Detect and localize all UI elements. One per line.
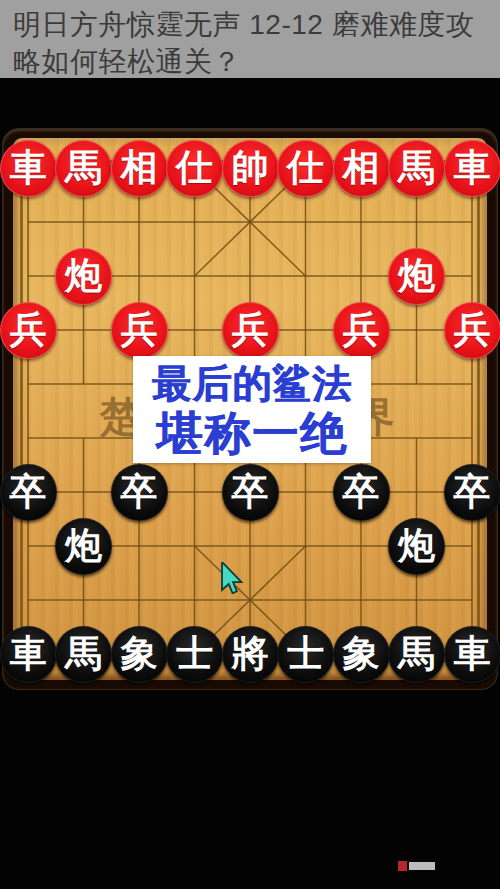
piece-black-士-f3r9[interactable]: 士 [166, 626, 223, 683]
piece-black-將-f4r9[interactable]: 將 [222, 626, 279, 683]
piece-black-卒-f0r6[interactable]: 卒 [0, 464, 57, 521]
video-title-bar: 明日方舟惊霆无声 12-12 磨难难度攻略如何轻松通关？ [0, 0, 500, 78]
piece-black-車-f8r9[interactable]: 車 [444, 626, 500, 683]
piece-black-卒-f6r6[interactable]: 卒 [333, 464, 390, 521]
piece-black-士-f5r9[interactable]: 士 [277, 626, 334, 683]
piece-red-帥-f4r0[interactable]: 帥 [222, 140, 279, 197]
watermark-red-square [398, 861, 407, 871]
piece-black-卒-f2r6[interactable]: 卒 [111, 464, 168, 521]
piece-red-炮-f7r2[interactable]: 炮 [388, 248, 445, 305]
piece-red-仕-f3r0[interactable]: 仕 [166, 140, 223, 197]
piece-red-馬-f7r0[interactable]: 馬 [388, 140, 445, 197]
piece-black-馬-f1r9[interactable]: 馬 [55, 626, 112, 683]
piece-black-象-f6r9[interactable]: 象 [333, 626, 390, 683]
piece-red-兵-f2r3[interactable]: 兵 [111, 302, 168, 359]
piece-red-相-f6r0[interactable]: 相 [333, 140, 390, 197]
piece-red-相-f2r0[interactable]: 相 [111, 140, 168, 197]
piece-red-車-f0r0[interactable]: 車 [0, 140, 57, 197]
watermark-text-bar [409, 862, 435, 870]
caption-line1: 最后的鲨法 [152, 361, 352, 407]
piece-black-馬-f7r9[interactable]: 馬 [388, 626, 445, 683]
piece-red-仕-f5r0[interactable]: 仕 [277, 140, 334, 197]
piece-black-車-f0r9[interactable]: 車 [0, 626, 57, 683]
piece-red-兵-f6r3[interactable]: 兵 [333, 302, 390, 359]
piece-red-車-f8r0[interactable]: 車 [444, 140, 500, 197]
piece-black-炮-f7r7[interactable]: 炮 [388, 518, 445, 575]
piece-black-象-f2r9[interactable]: 象 [111, 626, 168, 683]
piece-black-炮-f1r7[interactable]: 炮 [55, 518, 112, 575]
piece-red-兵-f8r3[interactable]: 兵 [444, 302, 500, 359]
piece-red-兵-f0r3[interactable]: 兵 [0, 302, 57, 359]
piece-black-卒-f8r6[interactable]: 卒 [444, 464, 500, 521]
piece-red-馬-f1r0[interactable]: 馬 [55, 140, 112, 197]
piece-red-炮-f1r2[interactable]: 炮 [55, 248, 112, 305]
caption-overlay: 最后的鲨法 堪称一绝 [133, 356, 371, 463]
screenshot-root: 明日方舟惊霆无声 12-12 磨难难度攻略如何轻松通关？ 楚 河 漢 界 車馬相… [0, 0, 500, 889]
watermark-logo [398, 861, 435, 871]
video-title: 明日方舟惊霆无声 12-12 磨难难度攻略如何轻松通关？ [13, 6, 487, 80]
caption-line2: 堪称一绝 [156, 407, 348, 459]
piece-black-卒-f4r6[interactable]: 卒 [222, 464, 279, 521]
piece-red-兵-f4r3[interactable]: 兵 [222, 302, 279, 359]
